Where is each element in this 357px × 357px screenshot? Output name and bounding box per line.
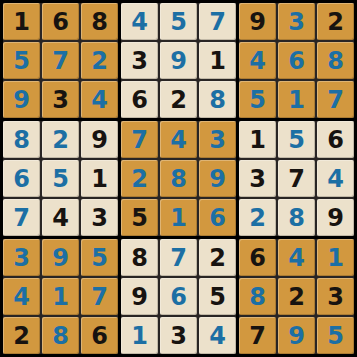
cell-r7c2[interactable]: 9	[42, 239, 79, 276]
cell-r1c4[interactable]: 4	[121, 3, 158, 40]
cell-r9c8[interactable]: 9	[278, 317, 315, 354]
cell-r6c9[interactable]: 9	[317, 199, 354, 236]
cell-r8c6[interactable]: 5	[199, 278, 236, 315]
cell-r1c9[interactable]: 2	[317, 3, 354, 40]
cell-r5c6[interactable]: 9	[199, 160, 236, 197]
cell-r6c6[interactable]: 6	[199, 199, 236, 236]
cell-r6c7[interactable]: 2	[239, 199, 276, 236]
cell-r9c3[interactable]: 6	[81, 317, 118, 354]
cell-r5c2[interactable]: 5	[42, 160, 79, 197]
cell-r2c2[interactable]: 7	[42, 42, 79, 79]
cell-r5c5[interactable]: 8	[160, 160, 197, 197]
cell-r7c5[interactable]: 7	[160, 239, 197, 276]
cell-r2c7[interactable]: 4	[239, 42, 276, 79]
cell-r8c5[interactable]: 6	[160, 278, 197, 315]
cell-r1c2[interactable]: 6	[42, 3, 79, 40]
cell-r8c4[interactable]: 9	[121, 278, 158, 315]
cell-r8c7[interactable]: 8	[239, 278, 276, 315]
cell-r9c1[interactable]: 2	[3, 317, 40, 354]
cell-r5c1[interactable]: 6	[3, 160, 40, 197]
cell-r2c8[interactable]: 6	[278, 42, 315, 79]
cell-r4c3[interactable]: 9	[81, 121, 118, 158]
cell-r6c3[interactable]: 3	[81, 199, 118, 236]
cell-r9c4[interactable]: 1	[121, 317, 158, 354]
cell-r3c9[interactable]: 7	[317, 81, 354, 118]
cell-r3c7[interactable]: 5	[239, 81, 276, 118]
cell-r3c5[interactable]: 2	[160, 81, 197, 118]
cell-r9c7[interactable]: 7	[239, 317, 276, 354]
cell-r5c9[interactable]: 4	[317, 160, 354, 197]
cell-r9c5[interactable]: 3	[160, 317, 197, 354]
cell-r2c6[interactable]: 1	[199, 42, 236, 79]
cell-r1c1[interactable]: 1	[3, 3, 40, 40]
cell-r9c2[interactable]: 8	[42, 317, 79, 354]
cell-r4c2[interactable]: 2	[42, 121, 79, 158]
cell-r6c2[interactable]: 4	[42, 199, 79, 236]
cell-r1c6[interactable]: 7	[199, 3, 236, 40]
cell-r7c4[interactable]: 8	[121, 239, 158, 276]
cell-r7c3[interactable]: 5	[81, 239, 118, 276]
cell-r3c4[interactable]: 6	[121, 81, 158, 118]
cell-r4c8[interactable]: 5	[278, 121, 315, 158]
cell-r3c1[interactable]: 9	[3, 81, 40, 118]
cell-r4c4[interactable]: 7	[121, 121, 158, 158]
cell-r8c2[interactable]: 1	[42, 278, 79, 315]
cell-r2c1[interactable]: 5	[3, 42, 40, 79]
cell-r3c6[interactable]: 8	[199, 81, 236, 118]
cell-r5c3[interactable]: 1	[81, 160, 118, 197]
cell-r2c4[interactable]: 3	[121, 42, 158, 79]
cell-r4c6[interactable]: 3	[199, 121, 236, 158]
cell-r2c9[interactable]: 8	[317, 42, 354, 79]
cell-r6c8[interactable]: 8	[278, 199, 315, 236]
cell-r4c9[interactable]: 6	[317, 121, 354, 158]
cell-r4c5[interactable]: 4	[160, 121, 197, 158]
cell-r5c4[interactable]: 2	[121, 160, 158, 197]
cell-r1c8[interactable]: 3	[278, 3, 315, 40]
cell-r3c3[interactable]: 4	[81, 81, 118, 118]
cell-r3c8[interactable]: 1	[278, 81, 315, 118]
cell-r7c6[interactable]: 2	[199, 239, 236, 276]
cell-r3c2[interactable]: 3	[42, 81, 79, 118]
sudoku-grid: 1684579325723914689346285178297431566512…	[3, 3, 354, 354]
cell-r9c6[interactable]: 4	[199, 317, 236, 354]
cell-r7c7[interactable]: 6	[239, 239, 276, 276]
cell-r1c7[interactable]: 9	[239, 3, 276, 40]
cell-r9c9[interactable]: 5	[317, 317, 354, 354]
cell-r6c5[interactable]: 1	[160, 199, 197, 236]
cell-r1c3[interactable]: 8	[81, 3, 118, 40]
cell-r8c8[interactable]: 2	[278, 278, 315, 315]
cell-r1c5[interactable]: 5	[160, 3, 197, 40]
sudoku-board: 1684579325723914689346285178297431566512…	[0, 0, 357, 357]
cell-r8c9[interactable]: 3	[317, 278, 354, 315]
cell-r4c1[interactable]: 8	[3, 121, 40, 158]
cell-r8c1[interactable]: 4	[3, 278, 40, 315]
cell-r7c8[interactable]: 4	[278, 239, 315, 276]
cell-r2c5[interactable]: 9	[160, 42, 197, 79]
cell-r7c9[interactable]: 1	[317, 239, 354, 276]
cell-r5c7[interactable]: 3	[239, 160, 276, 197]
cell-r5c8[interactable]: 7	[278, 160, 315, 197]
cell-r6c1[interactable]: 7	[3, 199, 40, 236]
cell-r2c3[interactable]: 2	[81, 42, 118, 79]
cell-r4c7[interactable]: 1	[239, 121, 276, 158]
cell-r8c3[interactable]: 7	[81, 278, 118, 315]
cell-r6c4[interactable]: 5	[121, 199, 158, 236]
cell-r7c1[interactable]: 3	[3, 239, 40, 276]
